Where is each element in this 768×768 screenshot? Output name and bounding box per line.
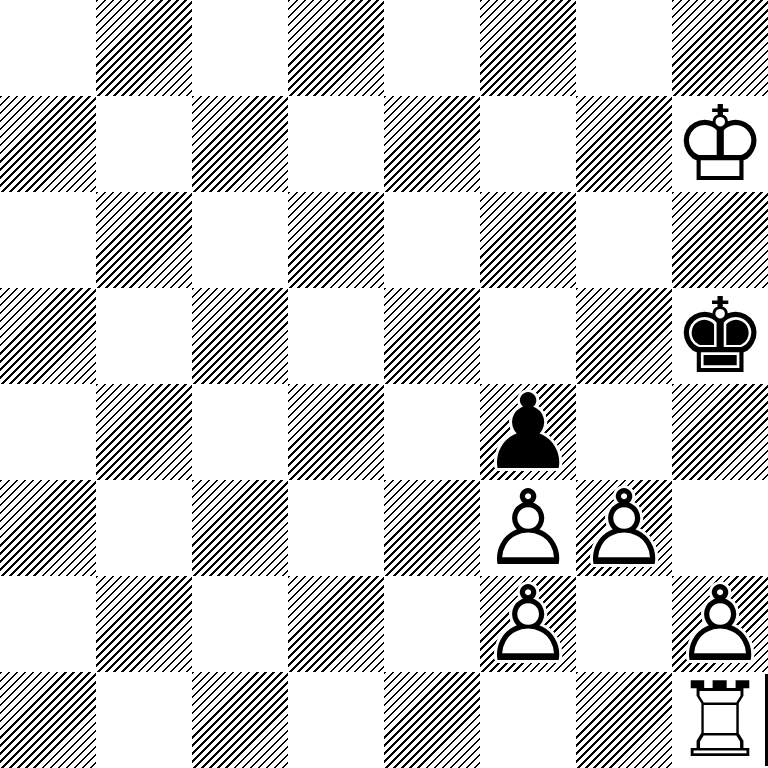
black-king-halo: ♚	[672, 288, 768, 384]
square-h8[interactable]	[672, 0, 768, 96]
square-d6[interactable]	[288, 192, 384, 288]
white-pawn-halo: ♟	[480, 576, 576, 672]
square-f8[interactable]	[480, 0, 576, 96]
square-a4[interactable]	[0, 384, 96, 480]
square-a1[interactable]	[0, 672, 96, 768]
white-pawn-halo: ♟	[576, 480, 672, 576]
square-a7[interactable]	[0, 96, 96, 192]
square-d4[interactable]	[288, 384, 384, 480]
square-a5[interactable]	[0, 288, 96, 384]
square-a3[interactable]	[0, 480, 96, 576]
white-pawn: ♙	[480, 480, 576, 576]
black-king: ♚	[672, 288, 768, 384]
square-b3[interactable]	[96, 480, 192, 576]
square-d5[interactable]	[288, 288, 384, 384]
square-a6[interactable]	[0, 192, 96, 288]
white-pawn: ♙	[672, 576, 768, 672]
square-g2[interactable]	[576, 576, 672, 672]
square-e5[interactable]	[384, 288, 480, 384]
square-c2[interactable]	[192, 576, 288, 672]
square-h2[interactable]: ♟♙	[672, 576, 768, 672]
square-g3[interactable]: ♟♙	[576, 480, 672, 576]
white-pawn-halo: ♟	[480, 480, 576, 576]
chess-board: ♚♔♚♚♟♟♟♙♟♙♟♙♟♙♜♖	[0, 0, 768, 768]
black-pawn-halo: ♟	[480, 384, 576, 480]
white-king: ♔	[672, 96, 768, 192]
square-b2[interactable]	[96, 576, 192, 672]
square-f5[interactable]	[480, 288, 576, 384]
square-g7[interactable]	[576, 96, 672, 192]
square-a2[interactable]	[0, 576, 96, 672]
square-g6[interactable]	[576, 192, 672, 288]
square-c4[interactable]	[192, 384, 288, 480]
square-g8[interactable]	[576, 0, 672, 96]
square-e1[interactable]	[384, 672, 480, 768]
square-c1[interactable]	[192, 672, 288, 768]
square-c8[interactable]	[192, 0, 288, 96]
white-rook-halo: ♜	[672, 672, 768, 768]
square-h5[interactable]: ♚♚	[672, 288, 768, 384]
square-e8[interactable]	[384, 0, 480, 96]
black-pawn: ♟	[480, 384, 576, 480]
square-g4[interactable]	[576, 384, 672, 480]
square-b4[interactable]	[96, 384, 192, 480]
square-f6[interactable]	[480, 192, 576, 288]
square-b8[interactable]	[96, 0, 192, 96]
square-d8[interactable]	[288, 0, 384, 96]
square-d3[interactable]	[288, 480, 384, 576]
square-f3[interactable]: ♟♙	[480, 480, 576, 576]
square-e6[interactable]	[384, 192, 480, 288]
square-f4[interactable]: ♟♟	[480, 384, 576, 480]
square-f7[interactable]	[480, 96, 576, 192]
white-pawn: ♙	[480, 576, 576, 672]
square-c6[interactable]	[192, 192, 288, 288]
white-king-halo: ♚	[672, 96, 768, 192]
white-rook: ♖	[672, 672, 768, 768]
square-g5[interactable]	[576, 288, 672, 384]
white-pawn: ♙	[576, 480, 672, 576]
square-h7[interactable]: ♚♔	[672, 96, 768, 192]
square-h4[interactable]	[672, 384, 768, 480]
square-b1[interactable]	[96, 672, 192, 768]
square-c3[interactable]	[192, 480, 288, 576]
square-e7[interactable]	[384, 96, 480, 192]
square-h3[interactable]	[672, 480, 768, 576]
square-e4[interactable]	[384, 384, 480, 480]
square-d7[interactable]	[288, 96, 384, 192]
square-c5[interactable]	[192, 288, 288, 384]
square-d2[interactable]	[288, 576, 384, 672]
square-b5[interactable]	[96, 288, 192, 384]
square-g1[interactable]	[576, 672, 672, 768]
white-pawn-halo: ♟	[672, 576, 768, 672]
square-e3[interactable]	[384, 480, 480, 576]
square-c7[interactable]	[192, 96, 288, 192]
square-h1[interactable]: ♜♖	[672, 672, 768, 768]
square-e2[interactable]	[384, 576, 480, 672]
square-b6[interactable]	[96, 192, 192, 288]
square-h6[interactable]	[672, 192, 768, 288]
square-f2[interactable]: ♟♙	[480, 576, 576, 672]
square-f1[interactable]	[480, 672, 576, 768]
square-b7[interactable]	[96, 96, 192, 192]
square-a8[interactable]	[0, 0, 96, 96]
square-d1[interactable]	[288, 672, 384, 768]
